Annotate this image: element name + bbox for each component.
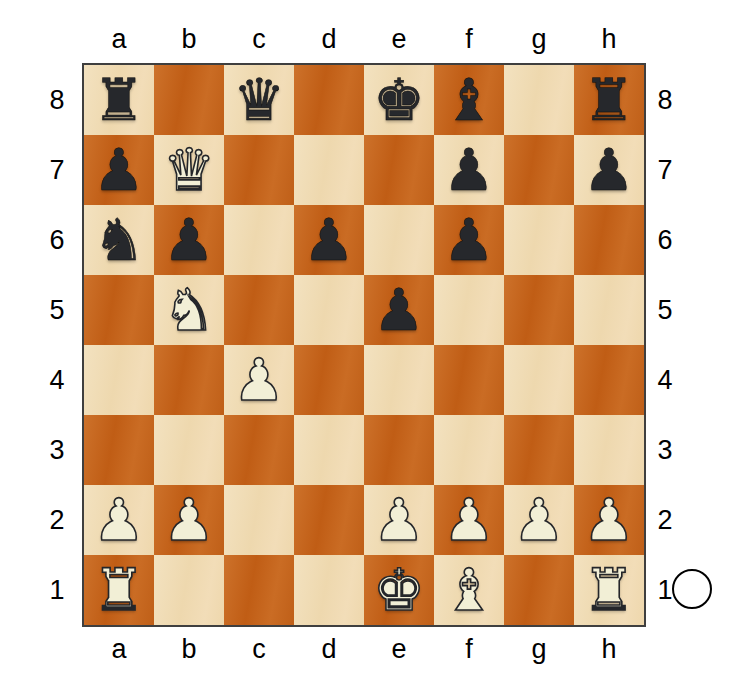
square-b7[interactable]: ♛ <box>154 135 224 205</box>
file-label-g: g <box>504 634 574 664</box>
rank-label-6: 6 <box>40 205 74 275</box>
rank-label-3: 3 <box>40 415 74 485</box>
square-g4[interactable] <box>504 345 574 415</box>
rank-label-2: 2 <box>40 485 74 555</box>
black-bishop[interactable]: ♝ <box>443 65 495 135</box>
black-rook[interactable]: ♜ <box>583 65 635 135</box>
square-c2[interactable] <box>224 485 294 555</box>
black-pawn[interactable]: ♟ <box>373 275 425 345</box>
square-e3[interactable] <box>364 415 434 485</box>
square-f1[interactable]: ♝ <box>434 555 504 625</box>
square-b2[interactable]: ♟ <box>154 485 224 555</box>
side-to-move-indicator <box>672 569 712 609</box>
square-a4[interactable] <box>84 345 154 415</box>
white-pawn[interactable]: ♟ <box>163 485 215 555</box>
rank-label-4: 4 <box>648 345 682 415</box>
square-g2[interactable]: ♟ <box>504 485 574 555</box>
rank-label-7: 7 <box>648 135 682 205</box>
file-labels-top: abcdefgh <box>84 24 644 54</box>
white-bishop[interactable]: ♝ <box>443 555 495 625</box>
square-d6[interactable]: ♟ <box>294 205 364 275</box>
square-f4[interactable] <box>434 345 504 415</box>
white-pawn[interactable]: ♟ <box>93 485 145 555</box>
square-d4[interactable] <box>294 345 364 415</box>
square-d5[interactable] <box>294 275 364 345</box>
square-c6[interactable] <box>224 205 294 275</box>
square-g6[interactable] <box>504 205 574 275</box>
square-d3[interactable] <box>294 415 364 485</box>
white-pawn[interactable]: ♟ <box>373 485 425 555</box>
square-a3[interactable] <box>84 415 154 485</box>
black-pawn[interactable]: ♟ <box>163 205 215 275</box>
square-e7[interactable] <box>364 135 434 205</box>
rank-label-5: 5 <box>40 275 74 345</box>
file-label-h: h <box>574 24 644 54</box>
white-king[interactable]: ♚ <box>373 555 425 625</box>
black-knight[interactable]: ♞ <box>93 205 145 275</box>
square-h8[interactable]: ♜ <box>574 65 644 135</box>
white-pawn[interactable]: ♟ <box>443 485 495 555</box>
square-e8[interactable]: ♚ <box>364 65 434 135</box>
square-f2[interactable]: ♟ <box>434 485 504 555</box>
square-f8[interactable]: ♝ <box>434 65 504 135</box>
black-pawn[interactable]: ♟ <box>303 205 355 275</box>
rank-label-8: 8 <box>648 65 682 135</box>
rank-labels-left: 87654321 <box>40 65 74 625</box>
square-b3[interactable] <box>154 415 224 485</box>
square-h1[interactable]: ♜ <box>574 555 644 625</box>
rank-label-4: 4 <box>40 345 74 415</box>
square-h3[interactable] <box>574 415 644 485</box>
square-d8[interactable] <box>294 65 364 135</box>
square-b5[interactable]: ♞ <box>154 275 224 345</box>
square-g3[interactable] <box>504 415 574 485</box>
board-frame: ♜♛♚♝♜♟♛♟♟♞♟♟♟♞♟♟♟♟♟♟♟♟♜♚♝♜ <box>82 63 646 627</box>
white-knight[interactable]: ♞ <box>163 275 215 345</box>
square-g1[interactable] <box>504 555 574 625</box>
square-g7[interactable] <box>504 135 574 205</box>
black-pawn[interactable]: ♟ <box>93 135 145 205</box>
square-e4[interactable] <box>364 345 434 415</box>
rank-label-6: 6 <box>648 205 682 275</box>
black-pawn[interactable]: ♟ <box>443 205 495 275</box>
rank-label-5: 5 <box>648 275 682 345</box>
square-h6[interactable] <box>574 205 644 275</box>
white-queen[interactable]: ♛ <box>163 135 215 205</box>
rank-label-2: 2 <box>648 485 682 555</box>
square-f5[interactable] <box>434 275 504 345</box>
square-b1[interactable] <box>154 555 224 625</box>
board: ♜♛♚♝♜♟♛♟♟♞♟♟♟♞♟♟♟♟♟♟♟♟♜♚♝♜ <box>84 65 644 625</box>
square-h7[interactable]: ♟ <box>574 135 644 205</box>
file-label-f: f <box>434 634 504 664</box>
square-d2[interactable] <box>294 485 364 555</box>
square-b6[interactable]: ♟ <box>154 205 224 275</box>
square-a6[interactable]: ♞ <box>84 205 154 275</box>
square-h4[interactable] <box>574 345 644 415</box>
file-label-g: g <box>504 24 574 54</box>
rank-labels-right: 87654321 <box>648 65 682 625</box>
square-c5[interactable] <box>224 275 294 345</box>
white-rook[interactable]: ♜ <box>583 555 635 625</box>
square-c4[interactable]: ♟ <box>224 345 294 415</box>
square-c1[interactable] <box>224 555 294 625</box>
square-e5[interactable]: ♟ <box>364 275 434 345</box>
file-label-d: d <box>294 634 364 664</box>
file-label-a: a <box>84 24 154 54</box>
file-label-d: d <box>294 24 364 54</box>
file-label-c: c <box>224 24 294 54</box>
square-c7[interactable] <box>224 135 294 205</box>
square-d1[interactable] <box>294 555 364 625</box>
rank-label-1: 1 <box>40 555 74 625</box>
square-f7[interactable]: ♟ <box>434 135 504 205</box>
square-c3[interactable] <box>224 415 294 485</box>
black-rook[interactable]: ♜ <box>93 65 145 135</box>
square-a2[interactable]: ♟ <box>84 485 154 555</box>
rank-label-8: 8 <box>40 65 74 135</box>
black-pawn[interactable]: ♟ <box>583 135 635 205</box>
square-a5[interactable] <box>84 275 154 345</box>
square-a8[interactable]: ♜ <box>84 65 154 135</box>
square-h2[interactable]: ♟ <box>574 485 644 555</box>
black-pawn[interactable]: ♟ <box>443 135 495 205</box>
square-h5[interactable] <box>574 275 644 345</box>
black-queen[interactable]: ♛ <box>233 65 285 135</box>
square-f6[interactable]: ♟ <box>434 205 504 275</box>
white-pawn[interactable]: ♟ <box>583 485 635 555</box>
rank-label-7: 7 <box>40 135 74 205</box>
square-b4[interactable] <box>154 345 224 415</box>
square-f3[interactable] <box>434 415 504 485</box>
rank-label-3: 3 <box>648 415 682 485</box>
square-e6[interactable] <box>364 205 434 275</box>
file-label-b: b <box>154 24 224 54</box>
file-labels-bottom: abcdefgh <box>84 634 644 664</box>
file-label-e: e <box>364 634 434 664</box>
white-rook[interactable]: ♜ <box>93 555 145 625</box>
file-label-b: b <box>154 634 224 664</box>
black-king[interactable]: ♚ <box>373 65 425 135</box>
file-label-a: a <box>84 634 154 664</box>
square-e1[interactable]: ♚ <box>364 555 434 625</box>
square-a7[interactable]: ♟ <box>84 135 154 205</box>
chess-diagram: abcdefgh 87654321 ♜♛♚♝♜♟♛♟♟♞♟♟♟♞♟♟♟♟♟♟♟♟… <box>0 0 746 684</box>
file-label-c: c <box>224 634 294 664</box>
square-e2[interactable]: ♟ <box>364 485 434 555</box>
file-label-e: e <box>364 24 434 54</box>
file-label-h: h <box>574 634 644 664</box>
square-a1[interactable]: ♜ <box>84 555 154 625</box>
white-pawn[interactable]: ♟ <box>233 345 285 415</box>
square-g5[interactable] <box>504 275 574 345</box>
square-b8[interactable] <box>154 65 224 135</box>
square-c8[interactable]: ♛ <box>224 65 294 135</box>
white-pawn[interactable]: ♟ <box>513 485 565 555</box>
file-label-f: f <box>434 24 504 54</box>
square-d7[interactable] <box>294 135 364 205</box>
square-g8[interactable] <box>504 65 574 135</box>
